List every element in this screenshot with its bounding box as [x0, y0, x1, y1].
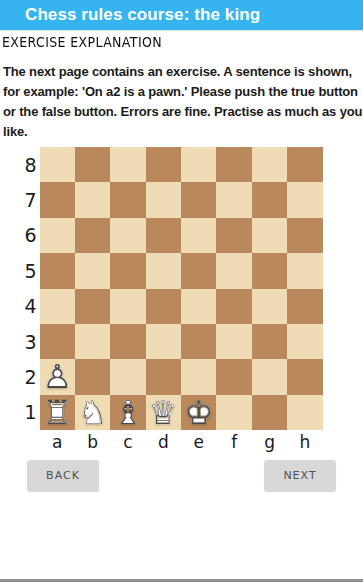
square-a2: ♟♙	[40, 359, 75, 394]
square-d6	[146, 218, 181, 253]
square-f3	[216, 324, 251, 359]
file-label-b: b	[75, 430, 110, 453]
square-b2	[75, 359, 110, 394]
square-f8	[216, 147, 251, 182]
square-g4	[252, 289, 287, 324]
piece-white-knight: ♞♘	[75, 395, 110, 430]
app-root: Chess rules course: the king EXERCISE EX…	[0, 0, 363, 582]
nav-row: BACK NEXT	[0, 460, 363, 491]
square-e1: ♚♔	[181, 395, 216, 430]
square-a1: ♜♖	[40, 395, 75, 430]
rank-label-5: 5	[0, 253, 40, 288]
square-f2	[216, 359, 251, 394]
square-e5	[181, 253, 216, 288]
piece-white-king: ♚♔	[181, 395, 216, 430]
square-b8	[75, 147, 110, 182]
square-b1: ♞♘	[75, 395, 110, 430]
rank-label-6: 6	[0, 218, 40, 253]
square-d3	[146, 324, 181, 359]
square-h8	[287, 147, 322, 182]
explanation-line: or the false button. Errors are fine. Pr…	[3, 102, 361, 122]
square-a6	[40, 218, 75, 253]
square-c5	[110, 253, 145, 288]
square-e3	[181, 324, 216, 359]
square-d8	[146, 147, 181, 182]
square-d7	[146, 182, 181, 217]
explanation-text: The next page contains an exercise. A se…	[3, 62, 361, 142]
square-h3	[287, 324, 322, 359]
square-h1	[287, 395, 322, 430]
square-h2	[287, 359, 322, 394]
square-f6	[216, 218, 251, 253]
file-label-h: h	[287, 430, 322, 453]
square-f4	[216, 289, 251, 324]
square-a5	[40, 253, 75, 288]
square-a3	[40, 324, 75, 359]
square-c3	[110, 324, 145, 359]
page-title: Chess rules course: the king	[25, 5, 260, 25]
square-c2	[110, 359, 145, 394]
rank-label-7: 7	[0, 182, 40, 217]
square-b5	[75, 253, 110, 288]
square-a8	[40, 147, 75, 182]
square-c4	[110, 289, 145, 324]
square-c1: ♝♗	[110, 395, 145, 430]
file-label-a: a	[40, 430, 75, 453]
square-h4	[287, 289, 322, 324]
square-d4	[146, 289, 181, 324]
file-label-c: c	[110, 430, 145, 453]
square-b6	[75, 218, 110, 253]
square-g5	[252, 253, 287, 288]
piece-white-rook: ♜♖	[40, 395, 75, 430]
explanation-line: The next page contains an exercise. A se…	[3, 62, 361, 82]
app-header: Chess rules course: the king	[0, 0, 363, 30]
file-label-f: f	[216, 430, 251, 453]
square-g3	[252, 324, 287, 359]
square-g1	[252, 395, 287, 430]
file-label-g: g	[252, 430, 287, 453]
file-labels-spacer	[0, 430, 40, 453]
square-f5	[216, 253, 251, 288]
square-g7	[252, 182, 287, 217]
square-e7	[181, 182, 216, 217]
rank-label-2: 2	[0, 359, 40, 394]
piece-white-pawn: ♟♙	[40, 359, 75, 394]
explanation-line: for example: 'On a2 is a pawn.' Please p…	[3, 82, 361, 102]
square-h7	[287, 182, 322, 217]
rank-label-3: 3	[0, 324, 40, 359]
square-b3	[75, 324, 110, 359]
square-e8	[181, 147, 216, 182]
square-a7	[40, 182, 75, 217]
square-c6	[110, 218, 145, 253]
piece-white-queen: ♛♕	[146, 395, 181, 430]
square-h5	[287, 253, 322, 288]
next-button[interactable]: NEXT	[264, 460, 336, 491]
square-g2	[252, 359, 287, 394]
square-f1	[216, 395, 251, 430]
file-label-d: d	[146, 430, 181, 453]
square-g8	[252, 147, 287, 182]
square-d5	[146, 253, 181, 288]
section-title: EXERCISE EXPLANATION	[2, 34, 338, 50]
square-d2	[146, 359, 181, 394]
square-f7	[216, 182, 251, 217]
square-d1: ♛♕	[146, 395, 181, 430]
square-c7	[110, 182, 145, 217]
square-e2	[181, 359, 216, 394]
square-b4	[75, 289, 110, 324]
square-g6	[252, 218, 287, 253]
file-label-e: e	[181, 430, 216, 453]
piece-white-bishop: ♝♗	[110, 395, 145, 430]
rank-label-4: 4	[0, 289, 40, 324]
back-button[interactable]: BACK	[27, 460, 99, 491]
square-b7	[75, 182, 110, 217]
square-h6	[287, 218, 322, 253]
square-a4	[40, 289, 75, 324]
rank-label-8: 8	[0, 147, 40, 182]
square-e6	[181, 218, 216, 253]
board-area: 8765432♟♙1♜♖♞♘♝♗♛♕♚♔ abcdefgh	[0, 147, 363, 453]
rank-label-1: 1	[0, 395, 40, 430]
explanation-line: like.	[3, 122, 361, 142]
square-e4	[181, 289, 216, 324]
chess-board: 8765432♟♙1♜♖♞♘♝♗♛♕♚♔	[0, 147, 363, 430]
file-labels: abcdefgh	[0, 430, 363, 453]
square-c8	[110, 147, 145, 182]
